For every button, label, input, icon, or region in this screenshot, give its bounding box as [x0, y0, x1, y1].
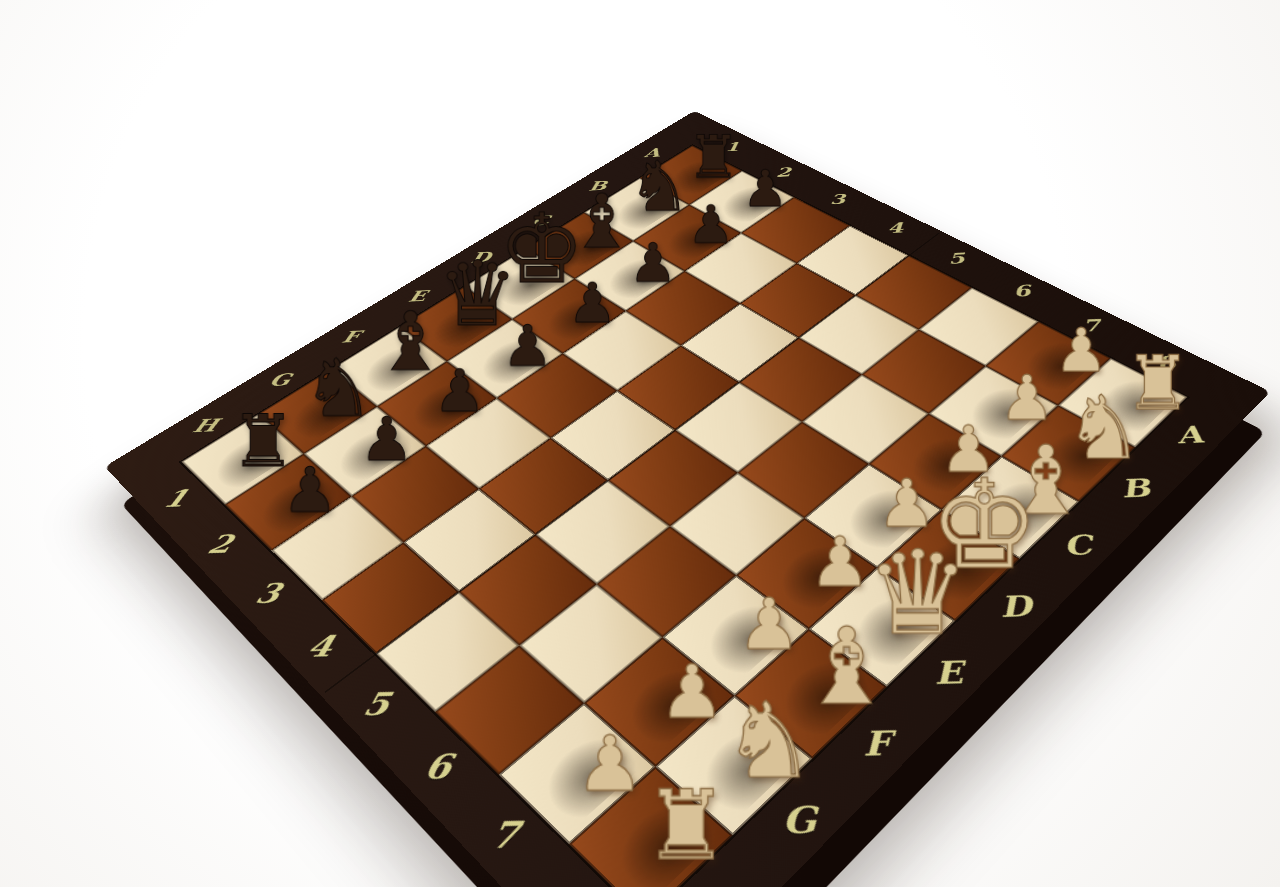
file-label-text-h: H [694, 883, 736, 887]
white-pawn-h7: ♟ [575, 725, 643, 801]
rank-label-text-5: 5 [359, 688, 392, 720]
file-label-text-c: C [530, 213, 550, 227]
file-label-text-b: B [1118, 475, 1152, 501]
file-label-text-g: G [781, 801, 816, 839]
white-pawn-g7: ♟ [659, 654, 725, 727]
rank-label-text-3: 3 [252, 579, 284, 607]
black-pawn-b2: ♟ [687, 198, 734, 250]
file-label-text-a: A [1173, 422, 1205, 446]
file-label-text-h: H [190, 416, 221, 435]
rank-label-text-4: 4 [887, 220, 904, 234]
rank-label-text-7: 7 [1081, 316, 1102, 333]
file-label-text-d: D [998, 592, 1033, 622]
white-pawn-e7: ♟ [809, 527, 870, 595]
black-pawn-f2: ♟ [433, 361, 485, 419]
rank-label-text-1: 1 [159, 486, 191, 510]
rank-label-text-6: 6 [420, 749, 454, 783]
file-label-text-e: E [933, 656, 964, 688]
rank-label-text-4: 4 [303, 631, 336, 661]
board-perspective-wrapper: HGFEDCBA 12345678 ♜♞♝♛♚♝♞♜♟♟♟♟♟♟♟♟♟♟♟♟♟♟… [0, 0, 1280, 887]
photo-background: HGFEDCBA 12345678 ♜♞♝♛♚♝♞♜♟♟♟♟♟♟♟♟♟♟♟♟♟♟… [0, 0, 1280, 887]
white-rook-h8: ♜ [643, 777, 729, 873]
black-pawn-g2: ♟ [360, 408, 414, 468]
black-knight-b1: ♞ [628, 152, 690, 221]
black-rook-a1: ♜ [687, 127, 740, 186]
chess-board: HGFEDCBA 12345678 ♜♞♝♛♚♝♞♜♟♟♟♟♟♟♟♟♟♟♟♟♟♟… [104, 110, 1270, 887]
black-pawn-e2: ♟ [502, 317, 553, 374]
rank-label-text-5: 5 [948, 250, 966, 265]
rank-label-text-6: 6 [1012, 282, 1031, 298]
file-label-text-c: C [1061, 531, 1094, 559]
rank-label-text-7: 7 [487, 816, 521, 853]
rank-label-text-1: 1 [725, 140, 740, 152]
file-label-text-b: B [587, 179, 607, 192]
rank-label-text-3: 3 [830, 192, 845, 206]
file-label-text-g: G [266, 371, 293, 388]
file-label-text-d: D [469, 249, 492, 264]
white-knight-g8: ♞ [722, 688, 816, 793]
file-label-text-f: F [862, 726, 891, 761]
rank-label-text-2: 2 [776, 165, 791, 178]
white-pawn-f7: ♟ [737, 588, 800, 659]
white-pawn-b7: ♟ [999, 366, 1054, 428]
rank-label-text-2: 2 [204, 531, 236, 557]
black-pawn-h2: ♟ [282, 458, 338, 520]
black-pawn-d2: ♟ [567, 275, 616, 330]
black-pawn-c2: ♟ [629, 235, 677, 289]
board-grid: ♜♞♝♛♚♝♞♜♟♟♟♟♟♟♟♟♟♟♟♟♟♟♟♟♜♞♝♛♚♝♞♜ [179, 144, 1190, 887]
file-label-text-a: A [643, 146, 661, 159]
